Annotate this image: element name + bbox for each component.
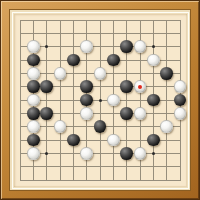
stone-black[interactable] [160,67,173,80]
stone-white[interactable] [94,67,107,80]
stone-black[interactable] [80,94,93,107]
go-grid [0,0,200,200]
star-point [152,45,155,48]
stone-white[interactable] [134,107,147,120]
star-point [152,152,155,155]
go-board-widget [0,0,200,200]
stone-white[interactable] [134,40,147,53]
stone-white[interactable] [27,120,40,133]
stone-black[interactable] [147,94,160,107]
last-move-marker [138,85,142,89]
stone-black[interactable] [27,107,40,120]
stone-white[interactable] [107,94,120,107]
stone-black[interactable] [40,107,53,120]
stone-black[interactable] [67,134,80,147]
stone-white[interactable] [147,54,160,67]
stone-black[interactable] [27,134,40,147]
stone-black[interactable] [120,147,133,160]
star-point [45,45,48,48]
stone-white[interactable] [107,134,120,147]
stone-black[interactable] [94,120,107,133]
star-point [99,99,102,102]
stone-white[interactable] [80,147,93,160]
stone-white[interactable] [134,147,147,160]
stone-black[interactable] [120,40,133,53]
stone-black[interactable] [27,54,40,67]
stone-white[interactable] [160,120,173,133]
grid-line-horizontal [20,153,181,154]
stone-black[interactable] [107,54,120,67]
stone-black[interactable] [147,134,160,147]
stone-white[interactable] [27,94,40,107]
star-point [45,152,48,155]
stone-white[interactable] [174,107,187,120]
stone-white[interactable] [27,67,40,80]
stone-white[interactable] [174,80,187,93]
stone-black[interactable] [120,107,133,120]
stone-white[interactable] [54,67,67,80]
stone-white[interactable] [80,40,93,53]
stone-black[interactable] [40,80,53,93]
stone-white[interactable] [80,107,93,120]
grid-line-horizontal [20,166,181,167]
stone-white[interactable] [54,120,67,133]
grid-line-vertical [166,20,167,181]
stone-black[interactable] [27,80,40,93]
grid-line-horizontal [20,180,181,181]
stone-white[interactable] [27,147,40,160]
stone-black[interactable] [174,94,187,107]
stone-black[interactable] [80,80,93,93]
stone-black[interactable] [67,54,80,67]
stone-black[interactable] [120,80,133,93]
stone-white[interactable] [27,40,40,53]
